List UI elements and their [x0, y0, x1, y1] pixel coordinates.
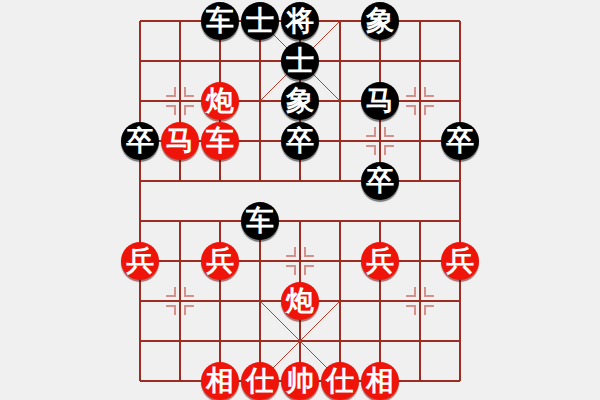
piece-black-soldier[interactable]: 卒 — [281, 122, 319, 160]
piece-red-cannon[interactable]: 炮 — [281, 282, 319, 320]
point-marker — [385, 127, 394, 136]
point-marker — [305, 266, 314, 275]
piece-black-elephant[interactable]: 象 — [361, 2, 399, 40]
point-marker — [425, 106, 434, 115]
point-marker — [406, 287, 415, 296]
piece-red-soldier[interactable]: 兵 — [201, 242, 239, 280]
point-marker — [185, 306, 194, 315]
point-marker — [286, 266, 295, 275]
piece-black-soldier[interactable]: 卒 — [441, 122, 479, 160]
point-marker — [166, 87, 175, 96]
point-marker — [166, 287, 175, 296]
piece-red-general[interactable]: 帅 — [281, 362, 319, 400]
piece-black-horse[interactable]: 马 — [361, 82, 399, 120]
piece-red-soldier[interactable]: 兵 — [441, 242, 479, 280]
point-marker — [406, 87, 415, 96]
point-marker — [385, 146, 394, 155]
point-marker — [366, 146, 375, 155]
piece-black-advisor[interactable]: 士 — [241, 2, 279, 40]
piece-black-chariot[interactable]: 车 — [201, 2, 239, 40]
piece-black-chariot[interactable]: 车 — [241, 202, 279, 240]
point-marker — [425, 306, 434, 315]
point-marker — [166, 306, 175, 315]
piece-black-elephant[interactable]: 象 — [281, 82, 319, 120]
point-marker — [166, 106, 175, 115]
point-marker — [185, 87, 194, 96]
piece-red-chariot[interactable]: 车 — [201, 122, 239, 160]
piece-red-horse[interactable]: 马 — [161, 122, 199, 160]
piece-black-general[interactable]: 将 — [281, 2, 319, 40]
point-marker — [366, 127, 375, 136]
point-marker — [425, 287, 434, 296]
point-marker — [286, 247, 295, 256]
piece-black-soldier[interactable]: 卒 — [121, 122, 159, 160]
piece-red-soldier[interactable]: 兵 — [361, 242, 399, 280]
piece-black-advisor[interactable]: 士 — [281, 42, 319, 80]
point-marker — [305, 247, 314, 256]
point-marker — [406, 306, 415, 315]
piece-red-advisor[interactable]: 仕 — [241, 362, 279, 400]
piece-black-soldier[interactable]: 卒 — [361, 162, 399, 200]
piece-red-soldier[interactable]: 兵 — [121, 242, 159, 280]
piece-red-cannon[interactable]: 炮 — [201, 82, 239, 120]
point-marker — [425, 87, 434, 96]
piece-red-elephant[interactable]: 相 — [361, 362, 399, 400]
point-marker — [185, 287, 194, 296]
point-marker — [406, 106, 415, 115]
point-marker — [185, 106, 194, 115]
xiangqi-app: 车士将象士炮象马卒马车卒卒卒车兵兵兵兵炮相仕帅仕相 — [0, 0, 600, 400]
piece-red-advisor[interactable]: 仕 — [321, 362, 359, 400]
piece-red-elephant[interactable]: 相 — [201, 362, 239, 400]
